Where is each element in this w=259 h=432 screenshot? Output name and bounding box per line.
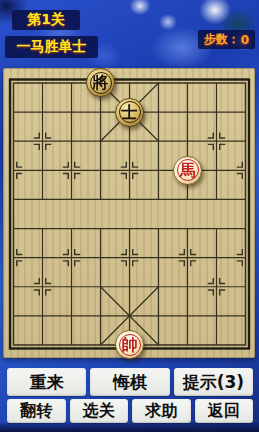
piece-glyph: 馬 (180, 162, 196, 179)
piece-red-horse[interactable]: 馬 (173, 156, 202, 185)
restart-button[interactable]: 重来 (7, 368, 86, 396)
level-label: 第1关 (27, 11, 65, 29)
level-badge: 第1关 (12, 10, 80, 30)
help-button[interactable]: 求助 (132, 399, 191, 423)
piece-black-advisor[interactable]: 士 (115, 98, 144, 127)
piece-red-general[interactable]: 帥 (115, 330, 144, 359)
level-select-button[interactable]: 选关 (70, 399, 129, 423)
flip-button[interactable]: 翻转 (7, 399, 66, 423)
piece-glyph: 士 (122, 104, 138, 121)
steps-value: 0 (241, 33, 249, 47)
piece-glyph: 帥 (122, 336, 138, 353)
piece-glyph: 將 (93, 74, 109, 91)
steps-badge: 步数：0 (198, 30, 255, 49)
mission-badge: 一马胜单士 (5, 36, 98, 58)
control-bar: 重来悔棋提示(3) 翻转选关求助返回 (7, 368, 253, 423)
hint-button[interactable]: 提示(3) (174, 368, 253, 396)
steps-label: 步数： (204, 31, 240, 48)
control-row-1: 重来悔棋提示(3) (7, 368, 253, 396)
xiangqi-board[interactable]: 將士馬帥 (3, 68, 255, 358)
piece-black-general[interactable]: 將 (86, 68, 115, 97)
back-button[interactable]: 返回 (195, 399, 254, 423)
control-row-2: 翻转选关求助返回 (7, 399, 253, 423)
piece-grid: 將士馬帥 (0, 68, 259, 359)
mission-label: 一马胜单士 (17, 38, 87, 56)
app-screen: 第1关 一马胜单士 步数：0 將士馬帥 重来悔棋提示(3) 翻转选关求助返回 (0, 0, 259, 432)
undo-button[interactable]: 悔棋 (90, 368, 169, 396)
